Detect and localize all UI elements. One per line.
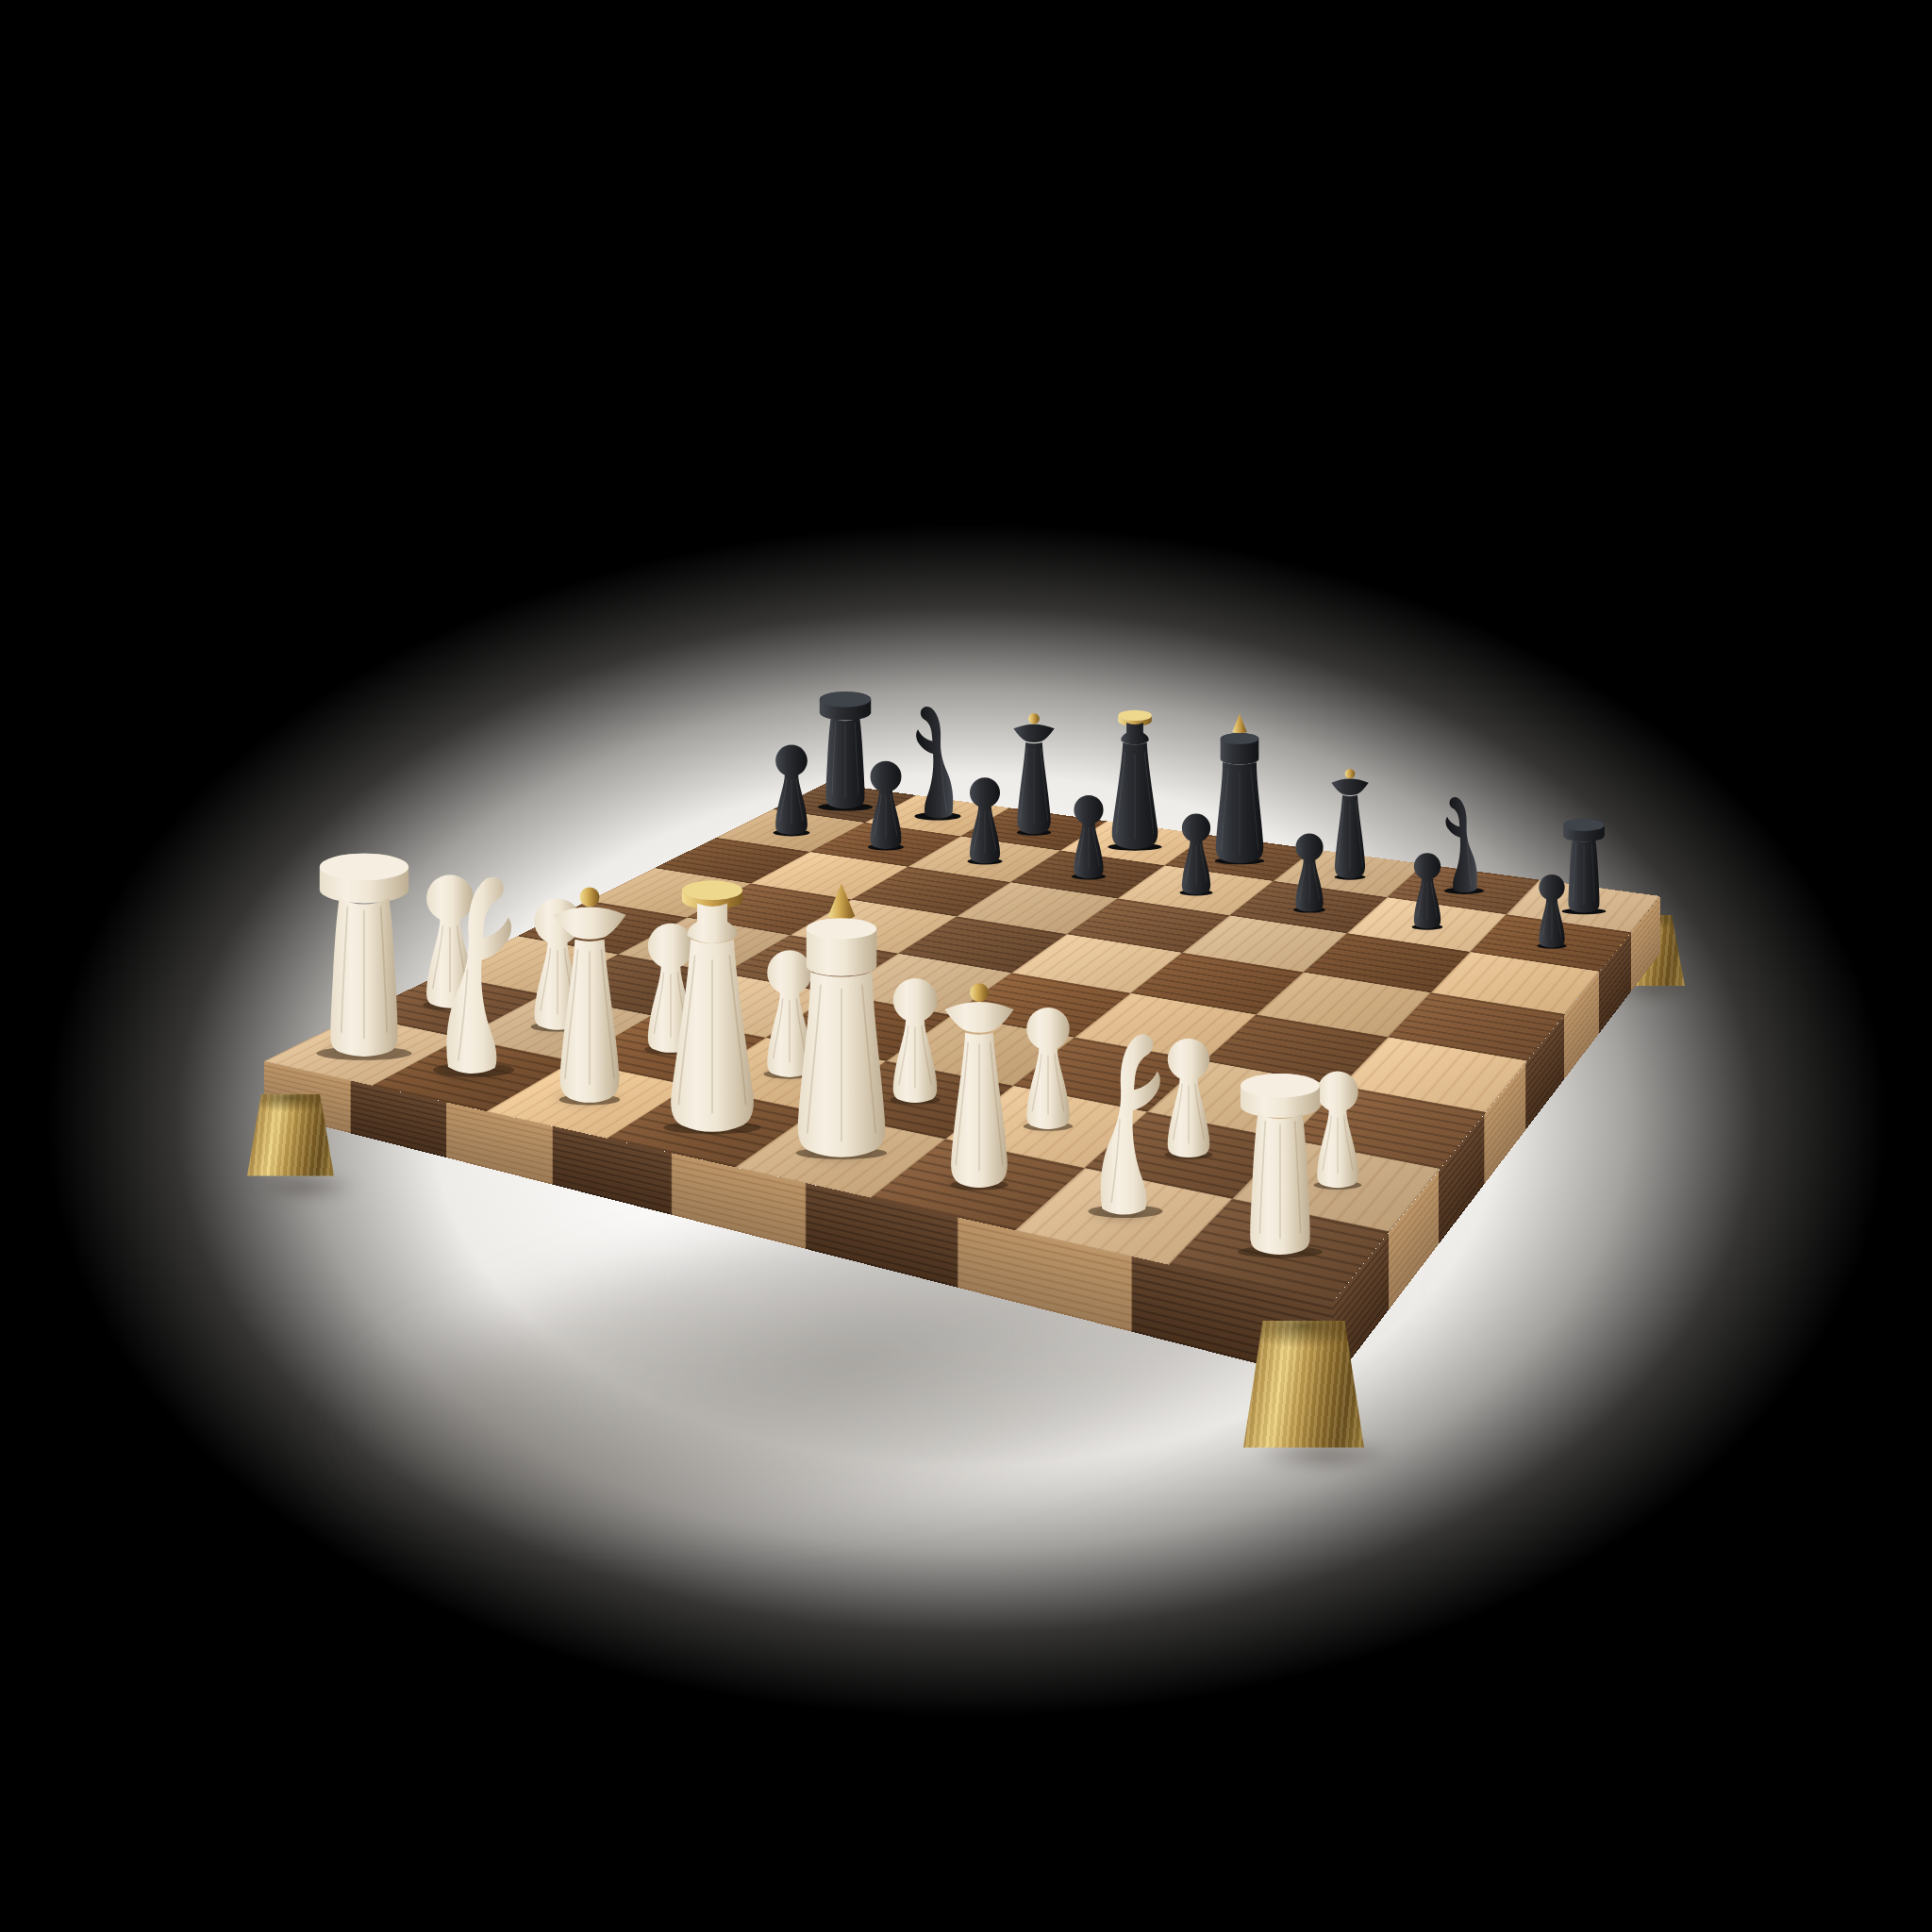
white-bishop-f1[interactable] [932,980,1025,1191]
white-bishop-c1[interactable] [541,885,639,1107]
white-rook-h1[interactable] [1234,1071,1326,1256]
black-queen-d8[interactable] [1105,706,1165,850]
white-knight-g1[interactable] [1078,1025,1172,1222]
black-pawn-b7[interactable] [863,756,908,851]
brass-foot-left [247,1094,334,1179]
black-pawn-f7[interactable] [1289,829,1329,914]
black-pawn-d7[interactable] [1067,791,1110,881]
black-pawn-e7[interactable] [1175,809,1217,897]
white-knight-b1[interactable] [423,867,525,1080]
brass-foot-front [1243,1321,1364,1453]
black-bishop-c8[interactable] [1007,712,1062,837]
black-pawn-h7[interactable] [1533,870,1571,949]
white-king-e1[interactable] [790,881,893,1160]
black-pawn-g7[interactable] [1407,849,1446,931]
chess-set-photo-scene [0,0,1932,1932]
black-knight-b8[interactable] [908,701,966,823]
white-queen-d1[interactable] [658,873,766,1133]
white-rook-a1[interactable] [312,850,416,1058]
black-king-e8[interactable] [1211,712,1268,865]
black-bishop-f8[interactable] [1324,767,1374,880]
black-pawn-c7[interactable] [963,773,1008,866]
black-pawn-a7[interactable] [768,740,814,838]
